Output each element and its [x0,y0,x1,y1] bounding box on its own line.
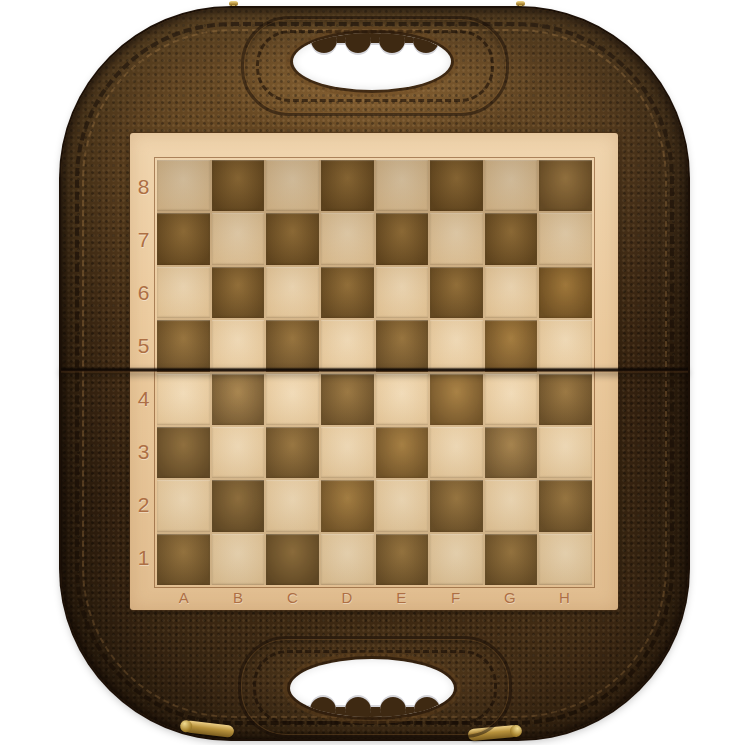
file-label-g: G [483,585,537,610]
file-label-h: H [538,585,592,610]
square-b1[interactable] [212,534,265,585]
square-g7[interactable] [485,213,538,264]
square-b2[interactable] [212,480,265,531]
square-f5[interactable] [430,320,483,371]
square-a4[interactable] [157,374,210,425]
grip-bump-icon [345,33,371,53]
bottom-handle-cutout[interactable] [290,659,454,717]
square-a2[interactable] [157,480,210,531]
square-h6[interactable] [539,267,592,318]
grip-bump-icon [380,697,406,717]
square-h4[interactable] [539,374,592,425]
rank-label-6: 6 [130,266,157,319]
square-c6[interactable] [266,267,319,318]
square-b6[interactable] [212,267,265,318]
square-d7[interactable] [321,213,374,264]
square-e5[interactable] [376,320,429,371]
file-label-c: C [266,585,320,610]
rank-label-3: 3 [130,426,157,479]
square-f8[interactable] [430,160,483,211]
square-e4[interactable] [376,374,429,425]
square-a1[interactable] [157,534,210,585]
file-labels: A B C D E F G H [157,585,592,610]
square-b7[interactable] [212,213,265,264]
square-h1[interactable] [539,534,592,585]
rank-label-5: 5 [130,319,157,372]
square-e1[interactable] [376,534,429,585]
square-f1[interactable] [430,534,483,585]
rank-label-8: 8 [130,160,157,213]
square-g1[interactable] [485,534,538,585]
square-e7[interactable] [376,213,429,264]
square-h8[interactable] [539,160,592,211]
square-d1[interactable] [321,534,374,585]
file-label-a: A [157,585,211,610]
square-c2[interactable] [266,480,319,531]
square-b5[interactable] [212,320,265,371]
square-f3[interactable] [430,427,483,478]
square-b8[interactable] [212,160,265,211]
grip-bump-icon [379,33,405,53]
fold-seam [61,367,688,373]
square-h3[interactable] [539,427,592,478]
square-d4[interactable] [321,374,374,425]
square-g4[interactable] [485,374,538,425]
file-label-e: E [375,585,429,610]
square-g3[interactable] [485,427,538,478]
square-c4[interactable] [266,374,319,425]
file-label-d: D [320,585,374,610]
square-e3[interactable] [376,427,429,478]
square-g5[interactable] [485,320,538,371]
square-f4[interactable] [430,374,483,425]
chess-case-photo: 8 7 6 5 4 3 2 1 A B C D E F G H [0,0,745,745]
rank-label-2: 2 [130,479,157,532]
file-label-f: F [429,585,483,610]
square-c3[interactable] [266,427,319,478]
square-d5[interactable] [321,320,374,371]
square-a7[interactable] [157,213,210,264]
square-g6[interactable] [485,267,538,318]
square-b4[interactable] [212,374,265,425]
square-c7[interactable] [266,213,319,264]
square-e6[interactable] [376,267,429,318]
square-d8[interactable] [321,160,374,211]
top-handle-cutout[interactable] [293,33,451,90]
square-d2[interactable] [321,480,374,531]
rank-label-7: 7 [130,213,157,266]
rank-label-1: 1 [130,532,157,585]
rank-label-4: 4 [130,373,157,426]
square-d6[interactable] [321,267,374,318]
square-g2[interactable] [485,480,538,531]
square-c5[interactable] [266,320,319,371]
square-b3[interactable] [212,427,265,478]
square-e2[interactable] [376,480,429,531]
square-d3[interactable] [321,427,374,478]
square-c8[interactable] [266,160,319,211]
square-f7[interactable] [430,213,483,264]
file-label-b: B [211,585,265,610]
square-c1[interactable] [266,534,319,585]
square-f2[interactable] [430,480,483,531]
square-g8[interactable] [485,160,538,211]
grip-bump-icon [345,697,371,717]
square-f6[interactable] [430,267,483,318]
square-a8[interactable] [157,160,210,211]
square-h5[interactable] [539,320,592,371]
square-h2[interactable] [539,480,592,531]
square-h7[interactable] [539,213,592,264]
square-a6[interactable] [157,267,210,318]
square-a3[interactable] [157,427,210,478]
square-a5[interactable] [157,320,210,371]
square-e8[interactable] [376,160,429,211]
